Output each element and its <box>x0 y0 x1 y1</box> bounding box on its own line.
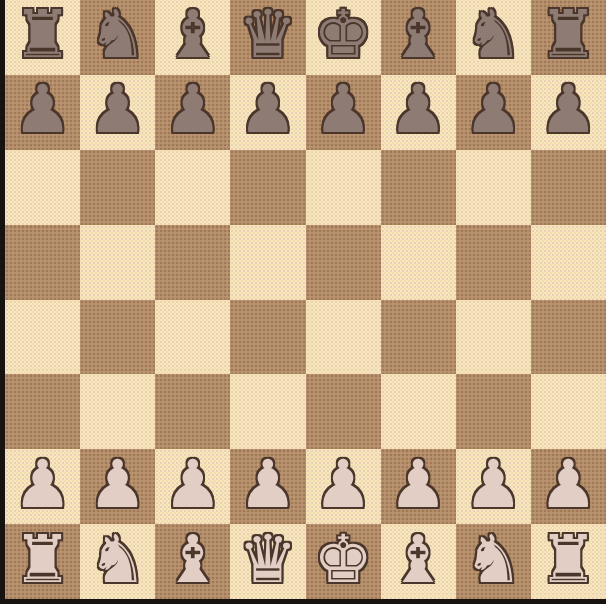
square-f3[interactable] <box>381 374 456 449</box>
square-b2[interactable]: ♟ <box>80 449 155 524</box>
square-a6[interactable] <box>5 150 80 225</box>
piece-white-pawn[interactable]: ♟ <box>163 452 222 518</box>
piece-white-bishop[interactable]: ♝ <box>163 527 222 593</box>
square-b7[interactable]: ♟ <box>80 75 155 150</box>
piece-white-pawn[interactable]: ♟ <box>313 452 372 518</box>
square-e4[interactable] <box>306 300 381 375</box>
square-e7[interactable]: ♟ <box>306 75 381 150</box>
chess-board: ♜♞♝♛♚♝♞♜♟♟♟♟♟♟♟♟♟♟♟♟♟♟♟♟♜♞♝♛♚♝♞♜ <box>5 0 606 599</box>
square-h7[interactable]: ♟ <box>531 75 606 150</box>
piece-black-pawn[interactable]: ♟ <box>313 77 372 143</box>
square-c1[interactable]: ♝ <box>155 524 230 599</box>
square-b6[interactable] <box>80 150 155 225</box>
square-a4[interactable] <box>5 300 80 375</box>
piece-black-rook[interactable]: ♜ <box>539 2 598 68</box>
square-a2[interactable]: ♟ <box>5 449 80 524</box>
chess-app-frame: ♜♞♝♛♚♝♞♜♟♟♟♟♟♟♟♟♟♟♟♟♟♟♟♟♜♞♝♛♚♝♞♜ <box>0 0 606 604</box>
piece-white-king[interactable]: ♚ <box>313 527 372 593</box>
square-f6[interactable] <box>381 150 456 225</box>
square-b5[interactable] <box>80 225 155 300</box>
square-a8[interactable]: ♜ <box>5 0 80 75</box>
square-h3[interactable] <box>531 374 606 449</box>
piece-white-pawn[interactable]: ♟ <box>464 452 523 518</box>
square-c6[interactable] <box>155 150 230 225</box>
square-g1[interactable]: ♞ <box>456 524 531 599</box>
square-b8[interactable]: ♞ <box>80 0 155 75</box>
square-f8[interactable]: ♝ <box>381 0 456 75</box>
square-c3[interactable] <box>155 374 230 449</box>
square-a7[interactable]: ♟ <box>5 75 80 150</box>
square-a1[interactable]: ♜ <box>5 524 80 599</box>
piece-white-knight[interactable]: ♞ <box>464 527 523 593</box>
piece-black-knight[interactable]: ♞ <box>88 2 147 68</box>
square-h8[interactable]: ♜ <box>531 0 606 75</box>
piece-black-pawn[interactable]: ♟ <box>539 77 598 143</box>
square-b1[interactable]: ♞ <box>80 524 155 599</box>
square-g7[interactable]: ♟ <box>456 75 531 150</box>
square-g4[interactable] <box>456 300 531 375</box>
square-g8[interactable]: ♞ <box>456 0 531 75</box>
square-h2[interactable]: ♟ <box>531 449 606 524</box>
square-d2[interactable]: ♟ <box>230 449 305 524</box>
square-g3[interactable] <box>456 374 531 449</box>
square-e8[interactable]: ♚ <box>306 0 381 75</box>
square-c5[interactable] <box>155 225 230 300</box>
square-a5[interactable] <box>5 225 80 300</box>
square-d6[interactable] <box>230 150 305 225</box>
piece-white-knight[interactable]: ♞ <box>88 527 147 593</box>
square-e6[interactable] <box>306 150 381 225</box>
piece-black-knight[interactable]: ♞ <box>464 2 523 68</box>
square-a3[interactable] <box>5 374 80 449</box>
square-b4[interactable] <box>80 300 155 375</box>
square-c4[interactable] <box>155 300 230 375</box>
piece-black-king[interactable]: ♚ <box>313 2 372 68</box>
square-f7[interactable]: ♟ <box>381 75 456 150</box>
square-f1[interactable]: ♝ <box>381 524 456 599</box>
square-d4[interactable] <box>230 300 305 375</box>
piece-black-rook[interactable]: ♜ <box>13 2 72 68</box>
square-h4[interactable] <box>531 300 606 375</box>
piece-white-rook[interactable]: ♜ <box>539 527 598 593</box>
square-d7[interactable]: ♟ <box>230 75 305 150</box>
square-e3[interactable] <box>306 374 381 449</box>
square-d8[interactable]: ♛ <box>230 0 305 75</box>
square-g6[interactable] <box>456 150 531 225</box>
piece-white-queen[interactable]: ♛ <box>238 527 297 593</box>
piece-white-rook[interactable]: ♜ <box>13 527 72 593</box>
square-c2[interactable]: ♟ <box>155 449 230 524</box>
piece-black-pawn[interactable]: ♟ <box>88 77 147 143</box>
square-g2[interactable]: ♟ <box>456 449 531 524</box>
square-c7[interactable]: ♟ <box>155 75 230 150</box>
square-h5[interactable] <box>531 225 606 300</box>
piece-black-queen[interactable]: ♛ <box>238 2 297 68</box>
piece-black-bishop[interactable]: ♝ <box>163 2 222 68</box>
piece-black-pawn[interactable]: ♟ <box>464 77 523 143</box>
square-g5[interactable] <box>456 225 531 300</box>
square-d1[interactable]: ♛ <box>230 524 305 599</box>
piece-black-pawn[interactable]: ♟ <box>238 77 297 143</box>
piece-white-pawn[interactable]: ♟ <box>389 452 448 518</box>
square-d5[interactable] <box>230 225 305 300</box>
piece-white-pawn[interactable]: ♟ <box>13 452 72 518</box>
piece-white-pawn[interactable]: ♟ <box>238 452 297 518</box>
square-h1[interactable]: ♜ <box>531 524 606 599</box>
piece-black-pawn[interactable]: ♟ <box>163 77 222 143</box>
square-c8[interactable]: ♝ <box>155 0 230 75</box>
square-f2[interactable]: ♟ <box>381 449 456 524</box>
square-b3[interactable] <box>80 374 155 449</box>
square-e5[interactable] <box>306 225 381 300</box>
square-d3[interactable] <box>230 374 305 449</box>
square-f5[interactable] <box>381 225 456 300</box>
square-e2[interactable]: ♟ <box>306 449 381 524</box>
piece-black-pawn[interactable]: ♟ <box>389 77 448 143</box>
square-e1[interactable]: ♚ <box>306 524 381 599</box>
piece-black-bishop[interactable]: ♝ <box>389 2 448 68</box>
piece-white-pawn[interactable]: ♟ <box>539 452 598 518</box>
piece-black-pawn[interactable]: ♟ <box>13 77 72 143</box>
square-f4[interactable] <box>381 300 456 375</box>
piece-white-pawn[interactable]: ♟ <box>88 452 147 518</box>
piece-white-bishop[interactable]: ♝ <box>389 527 448 593</box>
square-h6[interactable] <box>531 150 606 225</box>
